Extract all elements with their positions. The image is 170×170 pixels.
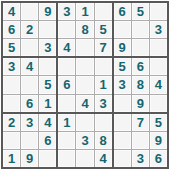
sudoku-cell-r2c4[interactable] — [58, 21, 75, 38]
sudoku-cell-r3c5[interactable] — [76, 39, 93, 56]
sudoku-cell-r8c5[interactable]: 3 — [76, 132, 93, 149]
sudoku-cell-r5c8[interactable]: 8 — [132, 76, 149, 93]
sudoku-cell-r4c7[interactable]: 5 — [114, 58, 131, 75]
sudoku-cell-r5c6[interactable]: 1 — [95, 76, 112, 93]
sudoku-cell-r6c4[interactable] — [58, 95, 75, 112]
sudoku-cell-r9c4[interactable] — [58, 150, 75, 167]
sudoku-cell-r2c5[interactable]: 8 — [76, 21, 93, 38]
sudoku-cell-r4c8[interactable]: 6 — [132, 58, 149, 75]
sudoku-cell-r6c3[interactable]: 1 — [39, 95, 56, 112]
sudoku-cell-r4c6[interactable] — [95, 58, 112, 75]
sudoku-cell-r3c3[interactable]: 3 — [39, 39, 56, 56]
sudoku-box-2: 318547 — [58, 3, 111, 56]
sudoku-cell-r5c3[interactable]: 5 — [39, 76, 56, 93]
sudoku-cell-r8c4[interactable] — [58, 132, 75, 149]
sudoku-cell-r3c6[interactable]: 7 — [95, 39, 112, 56]
sudoku-box-5: 6143 — [58, 58, 111, 111]
sudoku-box-4: 34561 — [3, 58, 56, 111]
sudoku-cell-r5c1[interactable] — [3, 76, 20, 93]
sudoku-cell-r8c6[interactable]: 8 — [95, 132, 112, 149]
sudoku-cell-r8c2[interactable] — [21, 132, 38, 149]
sudoku-box-9: 75936 — [114, 114, 167, 167]
sudoku-cell-r1c5[interactable]: 1 — [76, 3, 93, 20]
sudoku-cell-r7c8[interactable]: 7 — [132, 114, 149, 131]
sudoku-cell-r7c2[interactable]: 3 — [21, 114, 38, 131]
sudoku-cell-r2c8[interactable] — [132, 21, 149, 38]
sudoku-box-6: 563849 — [114, 58, 167, 111]
sudoku-cell-r9c9[interactable]: 6 — [150, 150, 167, 167]
sudoku-cell-r6c1[interactable] — [3, 95, 20, 112]
sudoku-cell-r2c3[interactable] — [39, 21, 56, 38]
sudoku-cell-r9c7[interactable] — [114, 150, 131, 167]
sudoku-cell-r4c3[interactable] — [39, 58, 56, 75]
sudoku-cell-r1c2[interactable] — [21, 3, 38, 20]
sudoku-cell-r5c2[interactable] — [21, 76, 38, 93]
sudoku-cell-r2c6[interactable]: 5 — [95, 21, 112, 38]
sudoku-cell-r1c4[interactable]: 3 — [58, 3, 75, 20]
sudoku-cell-r6c2[interactable]: 6 — [21, 95, 38, 112]
sudoku-cell-r3c8[interactable] — [132, 39, 149, 56]
sudoku-cell-r2c2[interactable]: 2 — [21, 21, 38, 38]
sudoku-cell-r6c8[interactable]: 9 — [132, 95, 149, 112]
sudoku-box-7: 234619 — [3, 114, 56, 167]
sudoku-cell-r1c6[interactable] — [95, 3, 112, 20]
sudoku-cell-r5c7[interactable]: 3 — [114, 76, 131, 93]
sudoku-cell-r5c5[interactable] — [76, 76, 93, 93]
sudoku-box-3: 6539 — [114, 3, 167, 56]
sudoku-cell-r8c8[interactable] — [132, 132, 149, 149]
sudoku-cell-r5c9[interactable]: 4 — [150, 76, 167, 93]
sudoku-cell-r4c9[interactable] — [150, 58, 167, 75]
sudoku-cell-r4c2[interactable]: 4 — [21, 58, 38, 75]
sudoku-cell-r6c6[interactable]: 3 — [95, 95, 112, 112]
sudoku-cell-r4c5[interactable] — [76, 58, 93, 75]
sudoku-cell-r6c7[interactable] — [114, 95, 131, 112]
sudoku-cell-r1c3[interactable]: 9 — [39, 3, 56, 20]
sudoku-cell-r7c3[interactable]: 4 — [39, 114, 56, 131]
sudoku-cell-r2c9[interactable]: 3 — [150, 21, 167, 38]
sudoku-cell-r3c9[interactable] — [150, 39, 167, 56]
sudoku-board: 4962533185476539345616143563849234619138… — [1, 1, 169, 169]
sudoku-cell-r4c4[interactable] — [58, 58, 75, 75]
sudoku-cell-r7c6[interactable] — [95, 114, 112, 131]
sudoku-box-1: 496253 — [3, 3, 56, 56]
sudoku-cell-r7c7[interactable] — [114, 114, 131, 131]
sudoku-cell-r8c7[interactable] — [114, 132, 131, 149]
sudoku-cell-r7c9[interactable]: 5 — [150, 114, 167, 131]
sudoku-cell-r1c8[interactable]: 5 — [132, 3, 149, 20]
sudoku-cell-r8c1[interactable] — [3, 132, 20, 149]
sudoku-cell-r9c1[interactable]: 1 — [3, 150, 20, 167]
sudoku-cell-r1c1[interactable]: 4 — [3, 3, 20, 20]
sudoku-cell-r7c4[interactable]: 1 — [58, 114, 75, 131]
sudoku-cell-r3c7[interactable]: 9 — [114, 39, 131, 56]
sudoku-cell-r7c1[interactable]: 2 — [3, 114, 20, 131]
sudoku-cell-r9c8[interactable]: 3 — [132, 150, 149, 167]
sudoku-box-8: 1384 — [58, 114, 111, 167]
sudoku-cell-r2c1[interactable]: 6 — [3, 21, 20, 38]
sudoku-cell-r8c3[interactable]: 6 — [39, 132, 56, 149]
sudoku-cell-r9c5[interactable] — [76, 150, 93, 167]
sudoku-cell-r5c4[interactable]: 6 — [58, 76, 75, 93]
sudoku-cell-r1c7[interactable]: 6 — [114, 3, 131, 20]
sudoku-cell-r9c2[interactable]: 9 — [21, 150, 38, 167]
sudoku-cell-r4c1[interactable]: 3 — [3, 58, 20, 75]
sudoku-cell-r6c9[interactable] — [150, 95, 167, 112]
sudoku-cell-r8c9[interactable]: 9 — [150, 132, 167, 149]
sudoku-cell-r1c9[interactable] — [150, 3, 167, 20]
sudoku-cell-r7c5[interactable] — [76, 114, 93, 131]
sudoku-cell-r9c6[interactable]: 4 — [95, 150, 112, 167]
sudoku-cell-r3c4[interactable]: 4 — [58, 39, 75, 56]
sudoku-cell-r3c1[interactable]: 5 — [3, 39, 20, 56]
sudoku-cell-r2c7[interactable] — [114, 21, 131, 38]
sudoku-cell-r3c2[interactable] — [21, 39, 38, 56]
sudoku-cell-r9c3[interactable] — [39, 150, 56, 167]
sudoku-cell-r6c5[interactable]: 4 — [76, 95, 93, 112]
